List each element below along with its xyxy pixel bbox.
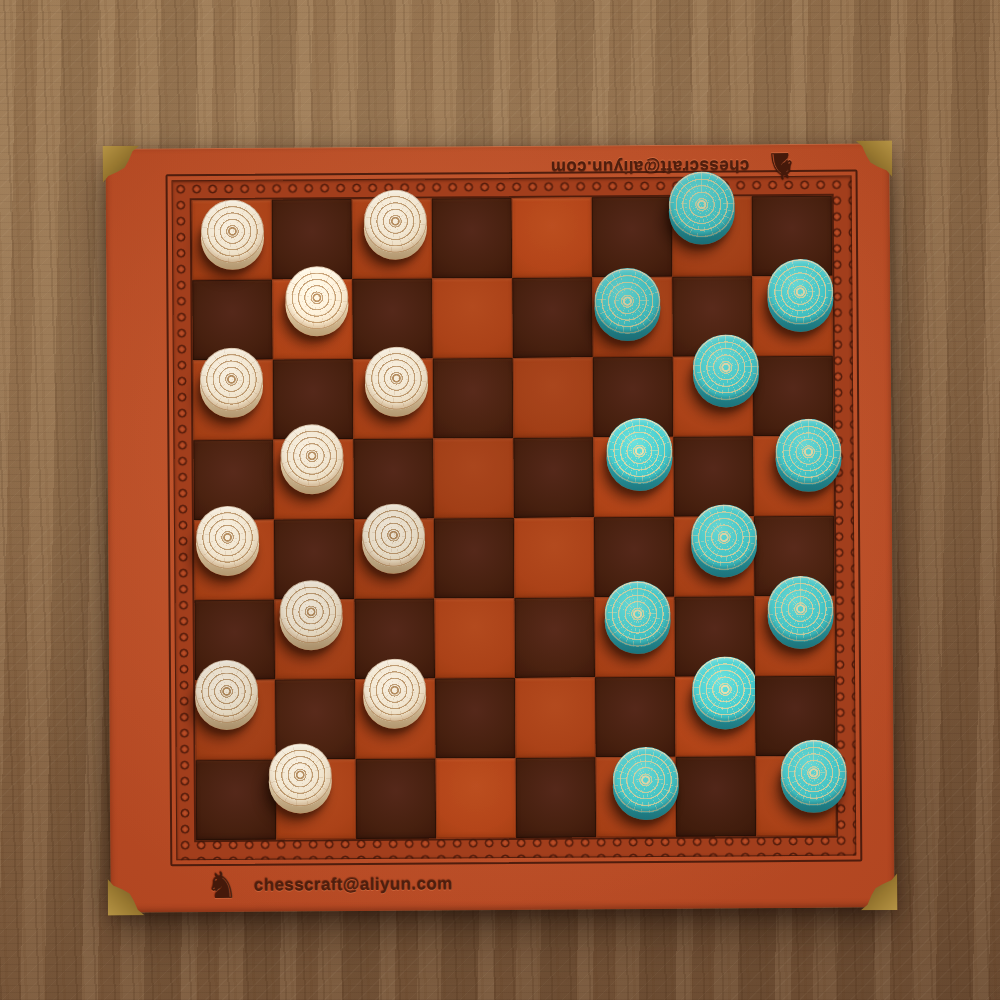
checker-top-face <box>604 581 670 647</box>
checker-top-face <box>767 259 833 325</box>
checker-top-face <box>200 199 263 262</box>
checker-top-face <box>606 418 672 484</box>
board-square[interactable] <box>512 277 593 358</box>
brand-email-text: chesscraft@aliyun.com <box>254 874 453 895</box>
board-square[interactable] <box>353 358 434 439</box>
checker-top-face <box>613 747 679 813</box>
board-square[interactable] <box>514 517 595 598</box>
checker-turquoise[interactable] <box>775 419 841 485</box>
board-square[interactable] <box>276 759 357 840</box>
board-square[interactable] <box>673 356 754 437</box>
board-square[interactable] <box>596 757 677 838</box>
checker-top-face <box>669 171 735 237</box>
board-square[interactable] <box>196 760 277 841</box>
checker-ivory[interactable] <box>279 580 342 643</box>
board-square[interactable] <box>594 597 675 678</box>
checker-turquoise[interactable] <box>692 656 758 722</box>
knight-logo-icon: ♞ <box>205 871 237 901</box>
checker-ivory[interactable] <box>364 346 427 409</box>
grid-frame <box>190 194 838 842</box>
checker-top-face <box>364 346 427 409</box>
checker-top-face <box>594 268 660 334</box>
board-square[interactable] <box>195 680 276 761</box>
checker-top-face <box>199 347 262 410</box>
board-square[interactable] <box>436 758 517 839</box>
board-square[interactable] <box>676 756 757 837</box>
board-square[interactable] <box>434 598 515 679</box>
board-square[interactable] <box>592 197 673 278</box>
checker-top-face <box>691 504 757 570</box>
checker-turquoise[interactable] <box>604 581 670 647</box>
board-square[interactable] <box>274 599 355 680</box>
board-square[interactable] <box>434 518 515 599</box>
checker-turquoise[interactable] <box>693 334 759 400</box>
bronze-corner-bottom-left <box>107 857 165 915</box>
checker-ivory[interactable] <box>195 505 258 568</box>
checker-top-face <box>268 743 331 806</box>
board-square[interactable] <box>354 518 435 599</box>
board-square[interactable] <box>672 196 753 277</box>
board-square[interactable] <box>675 676 756 757</box>
board-square[interactable] <box>433 358 514 439</box>
board-grid <box>192 196 836 840</box>
checker-top-face <box>362 658 425 721</box>
bronze-corner-top-left <box>102 145 160 203</box>
board-square[interactable] <box>515 677 596 758</box>
board-square[interactable] <box>432 198 513 279</box>
board-square[interactable] <box>355 678 436 759</box>
board-square[interactable] <box>193 360 274 441</box>
checker-ivory[interactable] <box>200 199 263 262</box>
checker-top-face <box>195 505 258 568</box>
brand-label-bottom: ♞ chesscraft@aliyun.com <box>205 869 452 901</box>
brand-label-top: ♞ chesscraft@aliyun.com <box>550 150 797 182</box>
board-square[interactable] <box>593 437 674 518</box>
checker-turquoise[interactable] <box>613 747 679 813</box>
checker-top-face <box>780 740 846 806</box>
board-square[interactable] <box>513 357 594 438</box>
checker-turquoise[interactable] <box>606 418 672 484</box>
checker-turquoise[interactable] <box>669 171 735 237</box>
board-square[interactable] <box>272 279 353 360</box>
checker-ivory[interactable] <box>361 503 424 566</box>
board-square[interactable] <box>352 198 433 279</box>
ornament-border-band <box>172 176 857 861</box>
checker-ivory[interactable] <box>280 424 343 487</box>
checker-top-face <box>361 503 424 566</box>
brand-email-text: chesscraft@aliyun.com <box>550 155 749 176</box>
pinstripe-frame <box>166 169 863 866</box>
checker-ivory[interactable] <box>285 266 348 329</box>
checker-ivory[interactable] <box>363 189 426 252</box>
board-square[interactable] <box>513 437 594 518</box>
board-square[interactable] <box>756 756 837 837</box>
checkers-board: ♞ chesscraft@aliyun.com ♞ chesscraft@ali… <box>105 143 894 912</box>
checker-top-face <box>280 424 343 487</box>
board-square[interactable] <box>512 197 593 278</box>
board-square[interactable] <box>674 516 755 597</box>
checker-top-face <box>767 576 833 642</box>
checker-turquoise[interactable] <box>767 259 833 325</box>
board-square[interactable] <box>273 439 354 520</box>
checker-top-face <box>194 659 257 722</box>
board-square[interactable] <box>194 520 275 601</box>
board-square[interactable] <box>192 200 273 281</box>
checker-top-face <box>285 266 348 329</box>
board-square[interactable] <box>595 677 676 758</box>
checker-turquoise[interactable] <box>767 576 833 642</box>
checker-top-face <box>692 656 758 722</box>
board-square[interactable] <box>754 596 835 677</box>
checker-turquoise[interactable] <box>594 268 660 334</box>
board-square[interactable] <box>752 276 833 357</box>
checker-top-face <box>363 189 426 252</box>
board-square[interactable] <box>753 436 834 517</box>
checker-ivory[interactable] <box>362 658 425 721</box>
board-square[interactable] <box>432 278 513 359</box>
board-square[interactable] <box>433 438 514 519</box>
board-square[interactable] <box>516 757 597 838</box>
checker-top-face <box>279 580 342 643</box>
checker-ivory[interactable] <box>199 347 262 410</box>
checker-ivory[interactable] <box>268 743 331 806</box>
checker-top-face <box>775 419 841 485</box>
knight-logo-icon: ♞ <box>765 150 797 180</box>
board-square[interactable] <box>592 277 673 358</box>
checker-top-face <box>693 334 759 400</box>
board-square[interactable] <box>356 758 437 839</box>
checker-turquoise[interactable] <box>691 504 757 570</box>
board-square[interactable] <box>435 678 516 759</box>
checker-turquoise[interactable] <box>780 740 846 806</box>
board-square[interactable] <box>514 597 595 678</box>
checker-ivory[interactable] <box>194 659 257 722</box>
